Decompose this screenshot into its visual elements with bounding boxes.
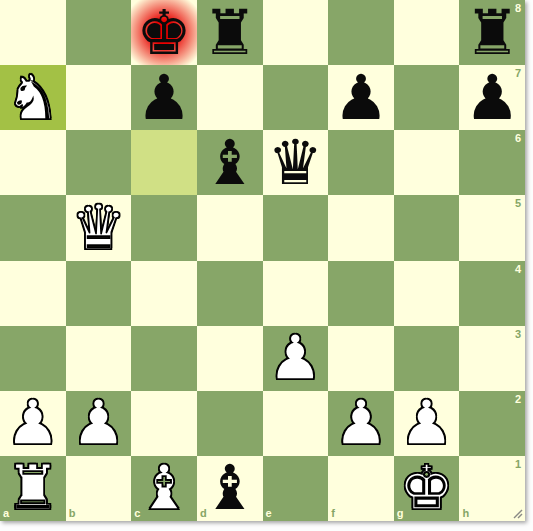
square-f7[interactable]: ♟ bbox=[328, 65, 394, 130]
square-a7[interactable]: ♞ bbox=[0, 65, 66, 130]
white-queen[interactable]: ♛ bbox=[66, 195, 132, 260]
rank-label-3: 3 bbox=[515, 329, 521, 340]
square-a2[interactable]: ♟ bbox=[0, 391, 66, 456]
square-d2[interactable] bbox=[197, 391, 263, 456]
square-a1[interactable]: a♜ bbox=[0, 456, 66, 521]
square-g3[interactable] bbox=[394, 326, 460, 391]
square-c6[interactable] bbox=[131, 130, 197, 195]
page: ♚♜8♜♞♟♟7♟♝♛6♛54♟3♟♟♟♟2a♜bc♝d♝efg♚1h bbox=[0, 0, 533, 531]
square-c7[interactable]: ♟ bbox=[131, 65, 197, 130]
chess-board: ♚♜8♜♞♟♟7♟♝♛6♛54♟3♟♟♟♟2a♜bc♝d♝efg♚1h bbox=[0, 0, 525, 521]
black-bishop[interactable]: ♝ bbox=[197, 456, 263, 521]
white-pawn[interactable]: ♟ bbox=[263, 326, 329, 391]
black-rook[interactable]: ♜ bbox=[459, 0, 525, 65]
black-king[interactable]: ♚ bbox=[131, 0, 197, 65]
square-b2[interactable]: ♟ bbox=[66, 391, 132, 456]
file-label-e: e bbox=[266, 508, 272, 519]
white-pawn[interactable]: ♟ bbox=[394, 391, 460, 456]
file-label-h: h bbox=[462, 508, 469, 519]
file-label-f: f bbox=[331, 508, 335, 519]
square-a5[interactable] bbox=[0, 195, 66, 260]
square-f4[interactable] bbox=[328, 261, 394, 326]
black-pawn[interactable]: ♟ bbox=[328, 65, 394, 130]
rank-label-1: 1 bbox=[515, 459, 521, 470]
square-f3[interactable] bbox=[328, 326, 394, 391]
square-g6[interactable] bbox=[394, 130, 460, 195]
square-e3[interactable]: ♟ bbox=[263, 326, 329, 391]
square-f5[interactable] bbox=[328, 195, 394, 260]
square-h2[interactable]: 2 bbox=[459, 391, 525, 456]
white-knight[interactable]: ♞ bbox=[0, 65, 66, 130]
square-a4[interactable] bbox=[0, 261, 66, 326]
square-b4[interactable] bbox=[66, 261, 132, 326]
square-d1[interactable]: d♝ bbox=[197, 456, 263, 521]
square-e2[interactable] bbox=[263, 391, 329, 456]
square-d3[interactable] bbox=[197, 326, 263, 391]
white-pawn[interactable]: ♟ bbox=[66, 391, 132, 456]
square-d6[interactable]: ♝ bbox=[197, 130, 263, 195]
black-pawn[interactable]: ♟ bbox=[131, 65, 197, 130]
square-f2[interactable]: ♟ bbox=[328, 391, 394, 456]
square-b1[interactable]: b bbox=[66, 456, 132, 521]
square-b7[interactable] bbox=[66, 65, 132, 130]
white-king[interactable]: ♚ bbox=[394, 456, 460, 521]
black-queen[interactable]: ♛ bbox=[263, 130, 329, 195]
square-c3[interactable] bbox=[131, 326, 197, 391]
board-resize-handle[interactable] bbox=[511, 507, 523, 519]
square-a6[interactable] bbox=[0, 130, 66, 195]
rank-label-2: 2 bbox=[515, 394, 521, 405]
square-a3[interactable] bbox=[0, 326, 66, 391]
square-g7[interactable] bbox=[394, 65, 460, 130]
square-e5[interactable] bbox=[263, 195, 329, 260]
square-e1[interactable]: e bbox=[263, 456, 329, 521]
square-e8[interactable] bbox=[263, 0, 329, 65]
square-d8[interactable]: ♜ bbox=[197, 0, 263, 65]
black-pawn[interactable]: ♟ bbox=[459, 65, 525, 130]
rank-label-4: 4 bbox=[515, 264, 521, 275]
square-g8[interactable] bbox=[394, 0, 460, 65]
square-d7[interactable] bbox=[197, 65, 263, 130]
square-h4[interactable]: 4 bbox=[459, 261, 525, 326]
square-b8[interactable] bbox=[66, 0, 132, 65]
file-label-b: b bbox=[69, 508, 76, 519]
square-a8[interactable] bbox=[0, 0, 66, 65]
black-bishop[interactable]: ♝ bbox=[197, 130, 263, 195]
square-c8[interactable]: ♚ bbox=[131, 0, 197, 65]
square-f1[interactable]: f bbox=[328, 456, 394, 521]
square-b3[interactable] bbox=[66, 326, 132, 391]
square-g2[interactable]: ♟ bbox=[394, 391, 460, 456]
square-b6[interactable] bbox=[66, 130, 132, 195]
rank-label-6: 6 bbox=[515, 133, 521, 144]
rank-label-5: 5 bbox=[515, 198, 521, 209]
white-rook[interactable]: ♜ bbox=[0, 456, 66, 521]
square-h5[interactable]: 5 bbox=[459, 195, 525, 260]
square-h8[interactable]: 8♜ bbox=[459, 0, 525, 65]
square-g4[interactable] bbox=[394, 261, 460, 326]
square-d4[interactable] bbox=[197, 261, 263, 326]
square-g1[interactable]: g♚ bbox=[394, 456, 460, 521]
square-d5[interactable] bbox=[197, 195, 263, 260]
square-f6[interactable] bbox=[328, 130, 394, 195]
square-e7[interactable] bbox=[263, 65, 329, 130]
white-bishop[interactable]: ♝ bbox=[131, 456, 197, 521]
square-g5[interactable] bbox=[394, 195, 460, 260]
square-b5[interactable]: ♛ bbox=[66, 195, 132, 260]
square-h7[interactable]: 7♟ bbox=[459, 65, 525, 130]
square-h3[interactable]: 3 bbox=[459, 326, 525, 391]
square-h6[interactable]: 6 bbox=[459, 130, 525, 195]
black-rook[interactable]: ♜ bbox=[197, 0, 263, 65]
square-f8[interactable] bbox=[328, 0, 394, 65]
square-c2[interactable] bbox=[131, 391, 197, 456]
square-c1[interactable]: c♝ bbox=[131, 456, 197, 521]
square-c5[interactable] bbox=[131, 195, 197, 260]
square-e6[interactable]: ♛ bbox=[263, 130, 329, 195]
white-pawn[interactable]: ♟ bbox=[328, 391, 394, 456]
white-pawn[interactable]: ♟ bbox=[0, 391, 66, 456]
square-e4[interactable] bbox=[263, 261, 329, 326]
square-c4[interactable] bbox=[131, 261, 197, 326]
